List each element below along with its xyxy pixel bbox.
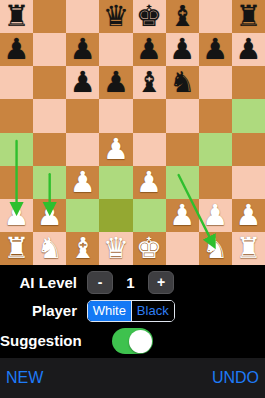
control-panel: AI Level - 1 + Player White Black Sugges… bbox=[0, 265, 265, 358]
piece-white-rook: ♜ bbox=[0, 232, 33, 265]
square-a3[interactable] bbox=[0, 166, 33, 199]
piece-black-rook: ♜ bbox=[232, 0, 265, 33]
suggestion-row: Suggestion bbox=[0, 327, 265, 354]
square-h3[interactable] bbox=[232, 166, 265, 199]
square-e6[interactable]: ♝ bbox=[133, 66, 166, 99]
square-e7[interactable]: ♟ bbox=[133, 33, 166, 66]
square-e5[interactable] bbox=[133, 99, 166, 132]
chess-board: ♜♛♚♝♜♟♟♟♟♟♟♟♟♝♞♟♟♟♟♟♟♟♟♜♞♝♛♚♞♜ bbox=[0, 0, 265, 265]
square-c1[interactable]: ♝ bbox=[66, 232, 99, 265]
player-row: Player White Black bbox=[0, 300, 265, 322]
player-segmented-control: White Black bbox=[87, 300, 175, 322]
piece-black-king: ♚ bbox=[133, 0, 166, 33]
square-f3[interactable] bbox=[166, 166, 199, 199]
ai-level-label: AI Level bbox=[0, 271, 77, 294]
piece-black-knight: ♞ bbox=[166, 66, 199, 99]
piece-black-bishop: ♝ bbox=[166, 0, 199, 33]
piece-black-pawn: ♟ bbox=[99, 66, 132, 99]
square-f4[interactable] bbox=[166, 133, 199, 166]
square-e1[interactable]: ♚ bbox=[133, 232, 166, 265]
square-d5[interactable] bbox=[99, 99, 132, 132]
player-option-white[interactable]: White bbox=[88, 301, 131, 321]
piece-white-queen: ♛ bbox=[99, 232, 132, 265]
piece-white-pawn: ♟ bbox=[133, 166, 166, 199]
square-e8[interactable]: ♚ bbox=[133, 0, 166, 33]
piece-black-rook: ♜ bbox=[0, 0, 33, 33]
square-d6[interactable]: ♟ bbox=[99, 66, 132, 99]
square-c3[interactable]: ♟ bbox=[66, 166, 99, 199]
undo-button[interactable]: UNDO bbox=[212, 358, 259, 398]
piece-black-pawn: ♟ bbox=[0, 33, 33, 66]
square-b2[interactable]: ♟ bbox=[33, 199, 66, 232]
square-a4[interactable] bbox=[0, 133, 33, 166]
square-h8[interactable]: ♜ bbox=[232, 0, 265, 33]
square-a7[interactable]: ♟ bbox=[0, 33, 33, 66]
square-f7[interactable]: ♟ bbox=[166, 33, 199, 66]
bottom-toolbar: NEW UNDO bbox=[0, 358, 265, 398]
square-a2[interactable]: ♟ bbox=[0, 199, 33, 232]
piece-black-pawn: ♟ bbox=[232, 33, 265, 66]
suggestion-label: Suggestion bbox=[0, 327, 77, 354]
piece-white-pawn: ♟ bbox=[33, 199, 66, 232]
square-a5[interactable] bbox=[0, 99, 33, 132]
square-g5[interactable] bbox=[199, 99, 232, 132]
square-b7[interactable] bbox=[33, 33, 66, 66]
piece-white-rook: ♜ bbox=[232, 232, 265, 265]
square-b3[interactable] bbox=[33, 166, 66, 199]
piece-white-knight: ♞ bbox=[33, 232, 66, 265]
square-c5[interactable] bbox=[66, 99, 99, 132]
piece-white-pawn: ♟ bbox=[166, 199, 199, 232]
player-option-black[interactable]: Black bbox=[131, 301, 175, 321]
piece-white-pawn: ♟ bbox=[0, 199, 33, 232]
piece-black-queen: ♛ bbox=[99, 0, 132, 33]
square-g2[interactable]: ♟ bbox=[199, 199, 232, 232]
piece-black-pawn: ♟ bbox=[66, 66, 99, 99]
piece-black-bishop: ♝ bbox=[133, 66, 166, 99]
piece-white-knight: ♞ bbox=[199, 232, 232, 265]
piece-white-pawn: ♟ bbox=[66, 166, 99, 199]
square-f5[interactable] bbox=[166, 99, 199, 132]
ai-level-minus-button[interactable]: - bbox=[87, 271, 113, 294]
square-f8[interactable]: ♝ bbox=[166, 0, 199, 33]
square-h7[interactable]: ♟ bbox=[232, 33, 265, 66]
square-g4[interactable] bbox=[199, 133, 232, 166]
piece-white-pawn: ♟ bbox=[99, 133, 132, 166]
square-h2[interactable]: ♟ bbox=[232, 199, 265, 232]
square-d7[interactable] bbox=[99, 33, 132, 66]
square-e2[interactable] bbox=[133, 199, 166, 232]
square-a8[interactable]: ♜ bbox=[0, 0, 33, 33]
square-g3[interactable] bbox=[199, 166, 232, 199]
square-a1[interactable]: ♜ bbox=[0, 232, 33, 265]
square-c6[interactable]: ♟ bbox=[66, 66, 99, 99]
square-h5[interactable] bbox=[232, 99, 265, 132]
ai-level-row: AI Level - 1 + bbox=[0, 271, 265, 295]
square-b1[interactable]: ♞ bbox=[33, 232, 66, 265]
square-c7[interactable]: ♟ bbox=[66, 33, 99, 66]
square-c4[interactable] bbox=[66, 133, 99, 166]
piece-black-pawn: ♟ bbox=[199, 33, 232, 66]
square-c2[interactable] bbox=[66, 199, 99, 232]
piece-black-pawn: ♟ bbox=[166, 33, 199, 66]
square-c8[interactable] bbox=[66, 0, 99, 33]
piece-white-bishop: ♝ bbox=[66, 232, 99, 265]
piece-black-pawn: ♟ bbox=[66, 33, 99, 66]
piece-white-king: ♚ bbox=[133, 232, 166, 265]
square-e3[interactable]: ♟ bbox=[133, 166, 166, 199]
square-d2[interactable] bbox=[99, 199, 132, 232]
square-g6[interactable] bbox=[199, 66, 232, 99]
player-label: Player bbox=[0, 300, 77, 322]
square-g8[interactable] bbox=[199, 0, 232, 33]
square-h6[interactable] bbox=[232, 66, 265, 99]
ai-level-plus-button[interactable]: + bbox=[148, 271, 174, 294]
chess-app-window: ♜♛♚♝♜♟♟♟♟♟♟♟♟♝♞♟♟♟♟♟♟♟♟♜♞♝♛♚♞♜ AI Level … bbox=[0, 0, 265, 398]
square-b5[interactable] bbox=[33, 99, 66, 132]
piece-white-pawn: ♟ bbox=[232, 199, 265, 232]
piece-white-pawn: ♟ bbox=[199, 199, 232, 232]
new-game-button[interactable]: NEW bbox=[6, 358, 43, 398]
square-f2[interactable]: ♟ bbox=[166, 199, 199, 232]
ai-level-value: 1 bbox=[113, 271, 148, 294]
toggle-knob bbox=[129, 330, 152, 353]
square-b4[interactable] bbox=[33, 133, 66, 166]
suggestion-toggle[interactable] bbox=[112, 328, 153, 354]
square-e4[interactable] bbox=[133, 133, 166, 166]
square-d1[interactable]: ♛ bbox=[99, 232, 132, 265]
square-d8[interactable]: ♛ bbox=[99, 0, 132, 33]
square-f6[interactable]: ♞ bbox=[166, 66, 199, 99]
square-h1[interactable]: ♜ bbox=[232, 232, 265, 265]
square-b8[interactable] bbox=[33, 0, 66, 33]
square-f1[interactable] bbox=[166, 232, 199, 265]
square-h4[interactable] bbox=[232, 133, 265, 166]
square-d4[interactable]: ♟ bbox=[99, 133, 132, 166]
square-g7[interactable]: ♟ bbox=[199, 33, 232, 66]
piece-black-pawn: ♟ bbox=[133, 33, 166, 66]
square-b6[interactable] bbox=[33, 66, 66, 99]
square-g1[interactable]: ♞ bbox=[199, 232, 232, 265]
square-d3[interactable] bbox=[99, 166, 132, 199]
square-a6[interactable] bbox=[0, 66, 33, 99]
